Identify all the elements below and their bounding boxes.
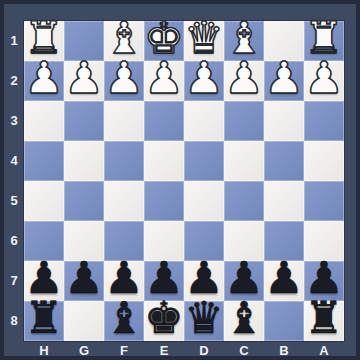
piece-wP-c2: ♟ bbox=[224, 59, 264, 99]
square-h8[interactable]: ♜ bbox=[24, 301, 64, 341]
square-e4[interactable] bbox=[144, 141, 184, 181]
square-h6[interactable] bbox=[24, 221, 64, 261]
file-label-b: B bbox=[264, 342, 304, 360]
file-label-a: A bbox=[304, 342, 344, 360]
square-c6[interactable] bbox=[224, 221, 264, 261]
rank-label-6: 6 bbox=[4, 221, 24, 261]
square-d2[interactable]: ♟ bbox=[184, 61, 224, 101]
square-h7[interactable]: ♟ bbox=[24, 261, 64, 301]
piece-bP-f7: ♟ bbox=[104, 259, 144, 299]
square-e2[interactable]: ♟ bbox=[144, 61, 184, 101]
piece-bP-c7: ♟ bbox=[224, 259, 264, 299]
piece-bP-b7: ♟ bbox=[264, 259, 304, 299]
piece-wQ-d1: ♛ bbox=[184, 19, 224, 59]
file-label-e: E bbox=[144, 342, 184, 360]
square-g4[interactable] bbox=[64, 141, 104, 181]
file-label-f: F bbox=[104, 342, 144, 360]
square-c7[interactable]: ♟ bbox=[224, 261, 264, 301]
square-g1[interactable] bbox=[64, 21, 104, 61]
piece-bP-d7: ♟ bbox=[184, 259, 224, 299]
square-a2[interactable]: ♟ bbox=[304, 61, 344, 101]
square-g6[interactable] bbox=[64, 221, 104, 261]
piece-bB-c8: ♝ bbox=[224, 299, 264, 339]
piece-wR-a1: ♜ bbox=[304, 19, 344, 59]
piece-bP-a7: ♟ bbox=[304, 259, 344, 299]
square-c5[interactable] bbox=[224, 181, 264, 221]
square-f4[interactable] bbox=[104, 141, 144, 181]
piece-bQ-d8: ♛ bbox=[184, 299, 224, 339]
square-d5[interactable] bbox=[184, 181, 224, 221]
piece-bR-a8: ♜ bbox=[304, 299, 344, 339]
piece-wB-f1: ♝ bbox=[104, 19, 144, 59]
square-c8[interactable]: ♝ bbox=[224, 301, 264, 341]
piece-bP-g7: ♟ bbox=[64, 259, 104, 299]
rank-label-3: 3 bbox=[4, 101, 24, 141]
square-g2[interactable]: ♟ bbox=[64, 61, 104, 101]
square-b6[interactable] bbox=[264, 221, 304, 261]
square-a7[interactable]: ♟ bbox=[304, 261, 344, 301]
piece-bR-h8: ♜ bbox=[24, 299, 64, 339]
piece-wP-d2: ♟ bbox=[184, 59, 224, 99]
square-h1[interactable]: ♜ bbox=[24, 21, 64, 61]
square-f8[interactable]: ♝ bbox=[104, 301, 144, 341]
square-h5[interactable] bbox=[24, 181, 64, 221]
square-a3[interactable] bbox=[304, 101, 344, 141]
square-d8[interactable]: ♛ bbox=[184, 301, 224, 341]
file-label-c: C bbox=[224, 342, 264, 360]
square-f7[interactable]: ♟ bbox=[104, 261, 144, 301]
rank-label-2: 2 bbox=[4, 61, 24, 101]
square-c3[interactable] bbox=[224, 101, 264, 141]
piece-bP-e7: ♟ bbox=[144, 259, 184, 299]
square-d7[interactable]: ♟ bbox=[184, 261, 224, 301]
square-g3[interactable] bbox=[64, 101, 104, 141]
square-f2[interactable]: ♟ bbox=[104, 61, 144, 101]
rank-labels: 12345678 bbox=[4, 21, 24, 341]
piece-bP-h7: ♟ bbox=[24, 259, 64, 299]
piece-wP-h2: ♟ bbox=[24, 59, 64, 99]
square-c2[interactable]: ♟ bbox=[224, 61, 264, 101]
piece-wB-c1: ♝ bbox=[224, 19, 264, 59]
square-c1[interactable]: ♝ bbox=[224, 21, 264, 61]
piece-wK-e1: ♚ bbox=[144, 19, 184, 59]
file-label-g: G bbox=[64, 342, 104, 360]
square-b2[interactable]: ♟ bbox=[264, 61, 304, 101]
piece-wP-g2: ♟ bbox=[64, 59, 104, 99]
square-g7[interactable]: ♟ bbox=[64, 261, 104, 301]
rank-label-1: 1 bbox=[4, 21, 24, 61]
file-label-d: D bbox=[184, 342, 224, 360]
square-f1[interactable]: ♝ bbox=[104, 21, 144, 61]
square-f6[interactable] bbox=[104, 221, 144, 261]
piece-wR-h1: ♜ bbox=[24, 19, 64, 59]
square-e1[interactable]: ♚ bbox=[144, 21, 184, 61]
square-e6[interactable] bbox=[144, 221, 184, 261]
square-d1[interactable]: ♛ bbox=[184, 21, 224, 61]
piece-wP-f2: ♟ bbox=[104, 59, 144, 99]
rank-label-7: 7 bbox=[4, 261, 24, 301]
piece-wP-a2: ♟ bbox=[304, 59, 344, 99]
square-d6[interactable] bbox=[184, 221, 224, 261]
file-label-h: H bbox=[24, 342, 64, 360]
rank-label-4: 4 bbox=[4, 141, 24, 181]
square-a8[interactable]: ♜ bbox=[304, 301, 344, 341]
piece-bK-e8: ♚ bbox=[144, 299, 184, 339]
square-f5[interactable] bbox=[104, 181, 144, 221]
square-a5[interactable] bbox=[304, 181, 344, 221]
square-h3[interactable] bbox=[24, 101, 64, 141]
square-g5[interactable] bbox=[64, 181, 104, 221]
square-a1[interactable]: ♜ bbox=[304, 21, 344, 61]
square-a6[interactable] bbox=[304, 221, 344, 261]
square-f3[interactable] bbox=[104, 101, 144, 141]
chess-board-frame: 12345678 ♜♝♚♛♝♜♟♟♟♟♟♟♟♟♟♟♟♟♟♟♟♟♜♝♚♛♝♜ HG… bbox=[0, 0, 360, 360]
piece-wP-e2: ♟ bbox=[144, 59, 184, 99]
square-d3[interactable] bbox=[184, 101, 224, 141]
square-h4[interactable] bbox=[24, 141, 64, 181]
square-d4[interactable] bbox=[184, 141, 224, 181]
square-b8[interactable] bbox=[264, 301, 304, 341]
square-b3[interactable] bbox=[264, 101, 304, 141]
square-b1[interactable] bbox=[264, 21, 304, 61]
chess-board[interactable]: ♜♝♚♛♝♜♟♟♟♟♟♟♟♟♟♟♟♟♟♟♟♟♜♝♚♛♝♜ bbox=[24, 21, 344, 341]
square-c4[interactable] bbox=[224, 141, 264, 181]
square-e3[interactable] bbox=[144, 101, 184, 141]
square-e5[interactable] bbox=[144, 181, 184, 221]
rank-label-8: 8 bbox=[4, 301, 24, 341]
square-h2[interactable]: ♟ bbox=[24, 61, 64, 101]
file-labels: HGFEDCBA bbox=[24, 342, 344, 360]
square-g8[interactable] bbox=[64, 301, 104, 341]
square-a4[interactable] bbox=[304, 141, 344, 181]
square-b4[interactable] bbox=[264, 141, 304, 181]
piece-wP-b2: ♟ bbox=[264, 59, 304, 99]
square-b5[interactable] bbox=[264, 181, 304, 221]
square-e8[interactable]: ♚ bbox=[144, 301, 184, 341]
rank-label-5: 5 bbox=[4, 181, 24, 221]
square-e7[interactable]: ♟ bbox=[144, 261, 184, 301]
square-b7[interactable]: ♟ bbox=[264, 261, 304, 301]
piece-bB-f8: ♝ bbox=[104, 299, 144, 339]
